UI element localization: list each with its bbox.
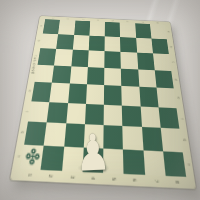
square-r6c7[interactable] [140,106,160,128]
square-r2c8[interactable] [151,38,169,54]
square-r2c2[interactable] [56,34,73,50]
square-r5c4[interactable] [86,84,104,104]
square-r6c8[interactable] [158,107,179,129]
square-r3c5[interactable] [104,51,121,68]
coord-label: g [180,138,189,142]
white-pawn[interactable]: ♟ [72,127,114,181]
square-r4c5[interactable] [104,67,121,85]
square-r4c7[interactable] [138,69,157,88]
square-r3c6[interactable] [121,52,138,69]
coord-label: e [174,96,183,100]
square-r7c6[interactable] [123,126,143,150]
square-r4c3[interactable] [69,66,87,84]
square-r1c3[interactable] [74,21,90,36]
coord-label: d [172,78,180,81]
square-r5c3[interactable] [68,83,87,103]
square-r5c2[interactable] [50,83,70,103]
coord-label: c [169,61,177,64]
square-r7c8[interactable] [160,128,182,152]
coord-label: b [167,45,175,48]
square-r5c6[interactable] [122,86,141,106]
square-r6c2[interactable] [47,102,68,124]
square-r2c6[interactable] [120,37,136,53]
square-r3c3[interactable] [71,50,89,67]
square-r7c7[interactable] [141,127,162,151]
square-r5c7[interactable] [139,87,158,107]
square-r5c5[interactable] [104,85,122,105]
square-r2c3[interactable] [72,35,89,51]
square-r2c7[interactable] [136,37,153,53]
coord-label: h [183,162,193,167]
square-r3c7[interactable] [137,53,155,70]
square-r6c3[interactable] [66,103,86,125]
square-r8c6[interactable] [123,149,144,175]
square-r3c4[interactable] [88,50,105,67]
square-r1c4[interactable] [89,21,105,36]
square-r4c8[interactable] [154,70,173,89]
square-r2c5[interactable] [105,36,121,52]
square-r3c8[interactable] [153,53,171,70]
coord-label: a [165,30,172,33]
coord-label: 6 [132,173,137,187]
square-r1c7[interactable] [135,23,151,38]
square-r8c2[interactable] [41,145,64,171]
square-r1c5[interactable] [105,22,120,37]
club-emblem-icon [21,145,42,169]
coord-label: 1 [26,168,33,182]
square-r8c7[interactable] [143,150,165,176]
square-r1c6[interactable] [120,23,136,38]
coord-label: 2 [47,169,53,183]
square-r3c2[interactable] [54,49,72,66]
white-pawn-glyph: ♟ [75,123,112,183]
square-r8c8[interactable] [163,151,186,177]
square-r5c8[interactable] [156,88,176,108]
square-r6c6[interactable] [122,105,141,127]
coord-label: 8 [173,175,179,189]
square-r1c8[interactable] [150,24,167,39]
square-r4c6[interactable] [121,68,139,87]
square-r4c4[interactable] [87,67,105,85]
coord-label: 7 [153,174,159,188]
square-r7c2[interactable] [44,122,66,146]
photo-scene: 12345678 12345678 abcdefgh abcdefgh US C… [0,0,200,200]
coord-label: f [177,116,186,120]
square-r6c4[interactable] [85,103,104,125]
square-r2c4[interactable] [88,35,104,51]
square-r1c2[interactable] [58,20,75,35]
square-r4c2[interactable] [52,65,71,83]
